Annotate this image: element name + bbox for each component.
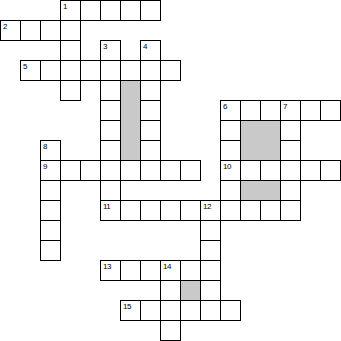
cell-r1c0[interactable] [0, 20, 21, 41]
cell-r16c8[interactable] [160, 320, 181, 341]
cell-r8c7[interactable] [140, 160, 161, 181]
cell-r9c14[interactable] [280, 180, 301, 201]
cell-r13c9[interactable] [180, 260, 201, 281]
cell-r5c5[interactable] [100, 100, 121, 121]
cell-r5c14[interactable] [280, 100, 301, 121]
cell-r8c13[interactable] [260, 160, 281, 181]
cell-r2c3[interactable] [60, 40, 81, 61]
blocked-region-2 [240, 120, 281, 161]
cell-r3c2[interactable] [40, 60, 61, 81]
cell-r8c6[interactable] [120, 160, 141, 181]
cell-r5c16[interactable] [320, 100, 341, 121]
cell-r1c1[interactable] [20, 20, 41, 41]
crossword-board: 123456789101112131415 [0, 0, 341, 341]
cell-r0c5[interactable] [100, 0, 121, 21]
cell-r11c2[interactable] [40, 220, 61, 241]
cell-r7c14[interactable] [280, 140, 301, 161]
cell-r1c3[interactable] [60, 20, 81, 41]
cell-r7c7[interactable] [140, 140, 161, 161]
cell-r15c9[interactable] [180, 300, 201, 321]
cell-r14c10[interactable] [200, 280, 221, 301]
cell-r12c10[interactable] [200, 240, 221, 261]
cell-r7c11[interactable] [220, 140, 241, 161]
cell-r8c16[interactable] [320, 160, 341, 181]
cell-r5c15[interactable] [300, 100, 321, 121]
cell-r15c6[interactable] [120, 300, 141, 321]
cell-r15c10[interactable] [200, 300, 221, 321]
cell-r8c11[interactable] [220, 160, 241, 181]
cell-r0c4[interactable] [80, 0, 101, 21]
cell-r9c5[interactable] [100, 180, 121, 201]
cell-r8c8[interactable] [160, 160, 181, 181]
cell-r7c5[interactable] [100, 140, 121, 161]
cell-r10c12[interactable] [240, 200, 261, 221]
cell-r2c7[interactable] [140, 40, 161, 61]
blocked-region-4 [180, 280, 201, 301]
cell-r10c10[interactable] [200, 200, 221, 221]
cell-r8c4[interactable] [80, 160, 101, 181]
cell-r4c3[interactable] [60, 80, 81, 101]
cell-r9c11[interactable] [220, 180, 241, 201]
cell-r5c12[interactable] [240, 100, 261, 121]
cell-r8c15[interactable] [300, 160, 321, 181]
cell-r13c8[interactable] [160, 260, 181, 281]
cell-r8c12[interactable] [240, 160, 261, 181]
cell-r13c10[interactable] [200, 260, 221, 281]
cell-r10c9[interactable] [180, 200, 201, 221]
cell-r0c7[interactable] [140, 0, 161, 21]
cell-r8c5[interactable] [100, 160, 121, 181]
cell-r6c5[interactable] [100, 120, 121, 141]
cell-r5c7[interactable] [140, 100, 161, 121]
cell-r4c5[interactable] [100, 80, 121, 101]
cell-r1c2[interactable] [40, 20, 61, 41]
cell-r3c5[interactable] [100, 60, 121, 81]
cell-r6c11[interactable] [220, 120, 241, 141]
cell-r8c14[interactable] [280, 160, 301, 181]
cell-r14c8[interactable] [160, 280, 181, 301]
cell-r11c10[interactable] [200, 220, 221, 241]
cell-r2c5[interactable] [100, 40, 121, 61]
cell-r13c5[interactable] [100, 260, 121, 281]
cell-r8c9[interactable] [180, 160, 201, 181]
cell-r6c7[interactable] [140, 120, 161, 141]
cell-r3c4[interactable] [80, 60, 101, 81]
cell-r3c6[interactable] [120, 60, 141, 81]
cell-r3c7[interactable] [140, 60, 161, 81]
cell-r0c3[interactable] [60, 0, 81, 21]
cell-r10c5[interactable] [100, 200, 121, 221]
cell-r3c1[interactable] [20, 60, 41, 81]
cell-r10c13[interactable] [260, 200, 281, 221]
cell-r0c6[interactable] [120, 0, 141, 21]
cell-r8c2[interactable] [40, 160, 61, 181]
cell-r3c3[interactable] [60, 60, 81, 81]
cell-r15c11[interactable] [220, 300, 241, 321]
cell-r13c7[interactable] [140, 260, 161, 281]
cell-r12c2[interactable] [40, 240, 61, 261]
cell-r10c8[interactable] [160, 200, 181, 221]
cell-r13c6[interactable] [120, 260, 141, 281]
crossword-puzzle: 123456789101112131415 [0, 0, 341, 341]
blocked-region-3 [240, 180, 281, 201]
cell-r8c3[interactable] [60, 160, 81, 181]
cell-r5c11[interactable] [220, 100, 241, 121]
cell-r6c14[interactable] [280, 120, 301, 141]
cell-r15c7[interactable] [140, 300, 161, 321]
cell-r4c7[interactable] [140, 80, 161, 101]
cell-r3c8[interactable] [160, 60, 181, 81]
cell-r10c2[interactable] [40, 200, 61, 221]
cell-r10c7[interactable] [140, 200, 161, 221]
cell-r7c2[interactable] [40, 140, 61, 161]
cell-r5c13[interactable] [260, 100, 281, 121]
blocked-region-1 [120, 80, 141, 161]
cell-r10c11[interactable] [220, 200, 241, 221]
cell-r15c8[interactable] [160, 300, 181, 321]
cell-r10c6[interactable] [120, 200, 141, 221]
cell-r9c2[interactable] [40, 180, 61, 201]
cell-r10c14[interactable] [280, 200, 301, 221]
